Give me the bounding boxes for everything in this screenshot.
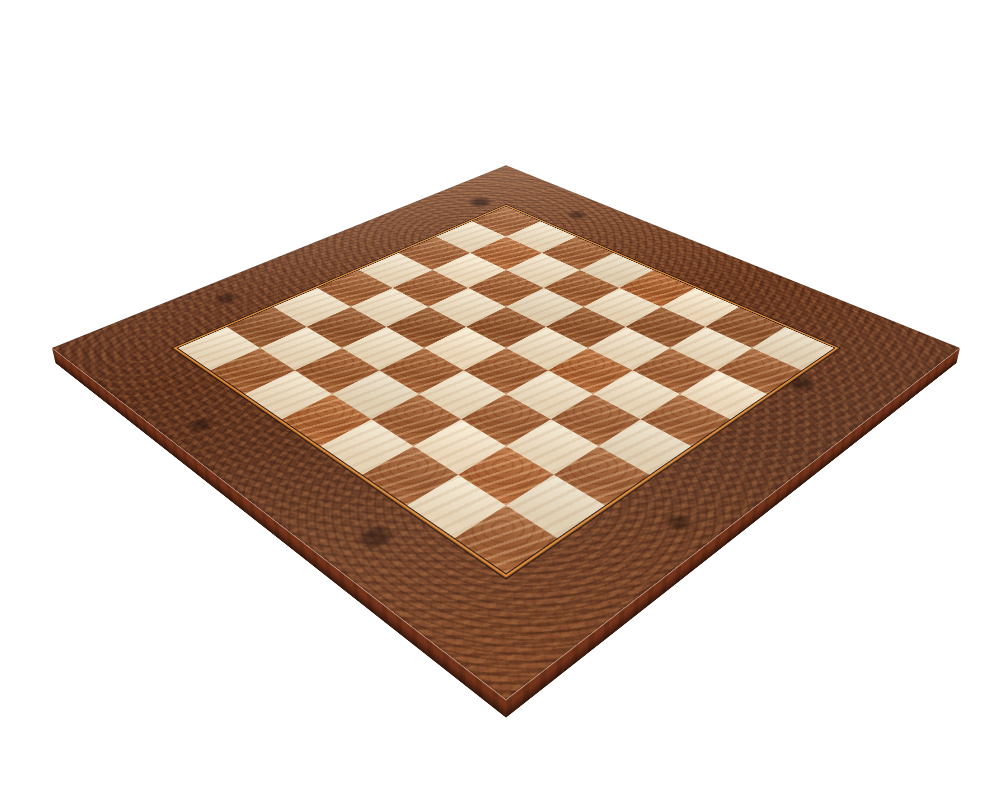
square-f4[interactable] (506, 370, 593, 419)
square-h2[interactable] (506, 475, 605, 538)
square-c1[interactable] (245, 370, 332, 419)
square-c2[interactable] (295, 348, 379, 394)
square-h3[interactable] (554, 446, 650, 505)
square-e2[interactable] (371, 394, 461, 446)
square-g1[interactable] (407, 475, 506, 538)
square-e1[interactable] (321, 419, 414, 474)
square-f3[interactable] (461, 394, 551, 446)
square-f2[interactable] (413, 419, 506, 474)
square-h7[interactable] (717, 348, 801, 394)
square-h6[interactable] (680, 370, 767, 419)
square-g3[interactable] (506, 419, 599, 474)
square-g5[interactable] (593, 370, 680, 419)
square-f1[interactable] (362, 446, 458, 505)
square-h5[interactable] (641, 394, 731, 446)
square-g4[interactable] (551, 394, 641, 446)
square-d3[interactable] (379, 348, 463, 394)
square-g6[interactable] (633, 348, 717, 394)
square-d2[interactable] (332, 370, 419, 419)
square-b1[interactable] (210, 348, 294, 394)
board-top-face (52, 165, 960, 700)
square-h1[interactable] (455, 505, 558, 573)
square-f5[interactable] (548, 348, 632, 394)
square-h4[interactable] (599, 419, 692, 474)
square-e3[interactable] (419, 370, 506, 419)
chess-board (52, 165, 960, 700)
square-e4[interactable] (464, 348, 548, 394)
photo-background (0, 0, 1000, 800)
square-g2[interactable] (458, 446, 554, 505)
square-d1[interactable] (282, 394, 372, 446)
